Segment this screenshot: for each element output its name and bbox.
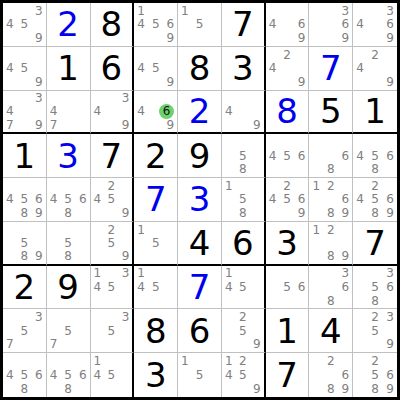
candidates: 45689 [3, 178, 46, 221]
candidate-slot [74, 338, 86, 352]
candidate-slot [150, 267, 162, 281]
candidate-slot [356, 267, 369, 281]
candidate-slot: 9 [293, 206, 305, 220]
candidate-digit: 4 [6, 105, 14, 117]
candidate-slot: 7 [6, 118, 18, 131]
candidate-slot [31, 236, 43, 249]
candidate-slot: 3 [381, 310, 394, 324]
candidate-slot: 9 [31, 249, 43, 262]
candidate-slot: 1 [181, 354, 193, 368]
candidate-slot: 5 [369, 193, 382, 207]
candidate-digit: 4 [356, 62, 364, 74]
candidate-slot [137, 249, 149, 262]
cell-r1c4[interactable]: 14569 [134, 3, 178, 47]
candidate-slot: 8 [325, 163, 337, 177]
candidate-slot [281, 75, 293, 89]
candidate-slot: 6 [74, 368, 86, 382]
candidate-digit: 4 [225, 369, 233, 381]
candidate-slot [312, 354, 324, 368]
cell-r9c6[interactable]: 12459 [222, 353, 266, 397]
candidate-digit: 4 [269, 193, 277, 205]
candidate-slot: 8 [237, 163, 249, 177]
cell-r5c2[interactable]: 4568 [47, 178, 91, 222]
candidate-slot [150, 31, 162, 45]
candidate-digit: 5 [21, 62, 29, 74]
candidate-slot [312, 382, 324, 396]
cell-r7c9[interactable]: 3568 [353, 266, 397, 310]
candidate-digit: 9 [253, 338, 261, 350]
candidate-slot: 5 [62, 193, 74, 207]
cell-r6c6[interactable]: 6 [222, 222, 266, 266]
cell-r7c4[interactable]: 145 [134, 266, 178, 310]
cell-r3c8[interactable]: 5 [309, 91, 353, 135]
candidate-slot: 4 [225, 368, 237, 382]
candidate-slot [62, 338, 74, 352]
cell-r3c1[interactable]: 3479 [3, 91, 47, 135]
candidate-digit: 4 [225, 105, 233, 117]
candidate-slot [237, 294, 249, 308]
candidate-digit: 1 [225, 267, 233, 279]
cell-r4c4[interactable]: 2 [134, 134, 178, 178]
candidate-slot [381, 324, 394, 338]
candidate-slot: 2 [281, 179, 293, 193]
candidate-digit: 4 [269, 150, 277, 162]
candidate-slot [74, 354, 86, 368]
candidates: 1345 [91, 266, 133, 309]
cell-r7c3[interactable]: 1345 [91, 266, 135, 310]
cell-r8c7[interactable]: 1 [266, 309, 310, 353]
candidate-slot: 5 [237, 324, 249, 338]
candidate-digit: 9 [342, 32, 350, 44]
candidate-slot [381, 354, 394, 368]
candidate-digit: 4 [269, 62, 277, 74]
cell-r2c9[interactable]: 249 [353, 47, 397, 91]
candidate-slot: 5 [237, 280, 249, 294]
cell-value: 6 [189, 314, 211, 348]
candidates: 12459 [222, 353, 264, 397]
candidate-slot: 9 [249, 382, 261, 396]
candidate-slot [94, 382, 106, 396]
candidate-digit: 1 [225, 355, 233, 367]
candidate-slot: 5 [18, 193, 30, 207]
candidate-digit: 5 [108, 281, 116, 293]
cell-r4c6[interactable]: 58 [222, 134, 266, 178]
candidate-slot [31, 61, 43, 75]
candidate-slot [193, 31, 205, 45]
candidate-slot [94, 179, 106, 193]
cell-r7c1[interactable]: 2 [3, 266, 47, 310]
cell-r2c1[interactable]: 459 [3, 47, 47, 91]
cell-r3c5[interactable]: 2 [178, 91, 222, 135]
candidate-slot: 5 [18, 61, 30, 75]
cell-value: 5 [320, 94, 342, 128]
candidate-slot [150, 294, 162, 308]
candidate-digit: 5 [371, 150, 379, 162]
candidate-slot [94, 92, 106, 105]
cell-r3c3[interactable]: 349 [91, 91, 135, 135]
candidate-slot [62, 354, 74, 368]
candidate-slot [312, 149, 324, 163]
candidate-slot: 9 [293, 75, 305, 89]
candidate-slot [356, 4, 369, 18]
cell-r4c2[interactable]: 3 [47, 134, 91, 178]
candidate-slot: 8 [62, 206, 74, 220]
candidate-slot [293, 163, 305, 177]
candidate-slot [312, 135, 324, 149]
cell-r5c8[interactable]: 12689 [309, 178, 353, 222]
candidate-slot: 5 [237, 149, 249, 163]
cell-r6c3[interactable]: 259 [91, 222, 135, 266]
candidate-slot [6, 31, 18, 45]
candidate-digit: 5 [108, 193, 116, 205]
cell-r6c8[interactable]: 1289 [309, 222, 353, 266]
cell-value: 7 [101, 139, 123, 173]
candidate-digit: 2 [108, 224, 116, 236]
candidate-slot: 2 [325, 354, 337, 368]
cell-r9c9[interactable]: 25689 [353, 353, 397, 397]
candidate-slot: 2 [105, 223, 117, 236]
candidate-slot [206, 18, 218, 32]
candidate-digit: 3 [35, 5, 43, 17]
candidate-slot [369, 61, 382, 75]
candidate-digit: 5 [283, 281, 291, 293]
cell-r7c7[interactable]: 56 [266, 266, 310, 310]
cell-r8c2[interactable]: 57 [47, 309, 91, 353]
candidate-digit: 9 [35, 76, 43, 88]
candidates: 368 [309, 266, 352, 309]
candidate-slot: 8 [325, 382, 337, 396]
candidate-digit: 4 [137, 105, 145, 117]
candidate-digit: 7 [50, 338, 58, 350]
candidate-slot [369, 338, 382, 352]
cell-r5c7[interactable]: 24569 [266, 178, 310, 222]
cell-r1c9[interactable]: 3469 [353, 3, 397, 47]
candidate-slot [225, 206, 237, 220]
candidate-slot: 9 [31, 206, 43, 220]
candidate-slot [381, 61, 394, 75]
candidate-slot: 9 [337, 206, 349, 220]
candidate-slot [137, 119, 148, 131]
cell-value: 7 [145, 182, 167, 216]
candidate-digit: 9 [386, 32, 394, 44]
candidate-slot [281, 4, 293, 18]
candidate-slot [206, 4, 218, 18]
candidate-slot [356, 324, 369, 338]
candidate-slot [356, 354, 369, 368]
sudoku-board: 3459281456915746936934694591645983249724… [0, 0, 400, 400]
candidate-slot: 4 [50, 193, 62, 207]
candidate-slot: 6 [31, 193, 43, 207]
candidate-slot: 1 [225, 267, 237, 281]
cell-r8c5[interactable]: 6 [178, 309, 222, 353]
candidate-slot [31, 18, 43, 32]
cell-r8c3[interactable]: 35 [91, 309, 135, 353]
cell-r6c4[interactable]: 15 [134, 222, 178, 266]
cell-r3c2[interactable]: 47 [47, 91, 91, 135]
cell-r1c8[interactable]: 369 [309, 3, 353, 47]
cell-r3c7[interactable]: 8 [266, 91, 310, 135]
candidate-slot [249, 354, 261, 368]
candidate-slot [62, 223, 74, 236]
candidate-slot: 6 [381, 280, 394, 294]
candidate-digit: 8 [371, 383, 379, 395]
candidate-digit: 4 [356, 150, 364, 162]
candidate-digit: 5 [152, 62, 160, 74]
candidate-slot: 8 [369, 163, 382, 177]
cell-r8c8[interactable]: 4 [309, 309, 353, 353]
cell-r4c1[interactable]: 1 [3, 134, 47, 178]
candidate-slot [94, 249, 106, 262]
cell-r4c8[interactable]: 68 [309, 134, 353, 178]
candidate-slot [249, 267, 261, 281]
candidate-digit: 6 [298, 281, 306, 293]
cell-r4c7[interactable]: 456 [266, 134, 310, 178]
candidate-slot [356, 294, 369, 308]
candidate-slot [381, 48, 394, 62]
candidate-slot [356, 368, 369, 382]
cell-r1c2[interactable]: 2 [47, 3, 91, 47]
candidate-slot [325, 4, 337, 18]
cell-r6c7[interactable]: 3 [266, 222, 310, 266]
cell-r2c8[interactable]: 7 [309, 47, 353, 91]
candidate-digit: 5 [196, 18, 204, 30]
candidate-slot [237, 92, 249, 105]
candidate-slot [225, 324, 237, 338]
candidate-digit: 1 [137, 267, 145, 279]
candidates: 259 [91, 222, 133, 264]
candidate-slot: 2 [325, 179, 337, 193]
cell-value: 8 [276, 94, 298, 128]
cell-r2c3[interactable]: 6 [91, 47, 135, 91]
candidate-digit: 6 [386, 193, 394, 205]
candidate-slot [137, 75, 149, 89]
candidate-slot [369, 267, 382, 281]
candidate-slot [181, 382, 193, 396]
candidate-slot: 5 [105, 236, 117, 249]
cell-r5c1[interactable]: 45689 [3, 178, 47, 222]
cell-r4c3[interactable]: 7 [91, 134, 135, 178]
candidate-digit: 9 [386, 383, 394, 395]
cell-value: 3 [276, 226, 298, 260]
cell-r2c6[interactable]: 3 [222, 47, 266, 91]
cell-r9c7[interactable]: 7 [266, 353, 310, 397]
candidate-slot [225, 149, 237, 163]
cell-r9c2[interactable]: 4568 [47, 353, 91, 397]
candidate-slot: 4 [50, 368, 62, 382]
candidate-slot [337, 354, 349, 368]
candidate-digit: 4 [225, 281, 233, 293]
cell-value: 4 [189, 226, 211, 260]
candidate-slot [50, 310, 62, 324]
candidate-slot [269, 135, 281, 149]
candidate-slot [312, 18, 324, 32]
candidate-digit: 1 [94, 267, 102, 279]
candidate-slot: 9 [381, 382, 394, 396]
candidate-slot [293, 294, 305, 308]
candidate-slot: 5 [62, 368, 74, 382]
cell-r1c7[interactable]: 469 [266, 3, 310, 47]
candidate-slot: 6 [337, 18, 349, 32]
candidate-slot [237, 118, 249, 131]
candidates: 4568 [47, 353, 90, 397]
cell-r7c6[interactable]: 145 [222, 266, 266, 310]
candidate-slot [337, 135, 349, 149]
cell-r6c1[interactable]: 589 [3, 222, 47, 266]
candidates: 4568 [3, 353, 46, 397]
cell-r8c4[interactable]: 8 [134, 309, 178, 353]
candidate-slot [94, 118, 106, 131]
candidate-slot [94, 310, 106, 324]
candidate-slot: 5 [150, 236, 162, 249]
candidate-digit: 2 [327, 180, 335, 192]
candidate-slot [381, 179, 394, 193]
cell-r8c9[interactable]: 2359 [353, 309, 397, 353]
candidate-slot [117, 236, 129, 249]
candidate-slot [148, 92, 159, 104]
candidate-slot [74, 105, 86, 118]
candidates: 1289 [309, 222, 352, 264]
candidate-digit: 4 [50, 193, 58, 205]
candidate-digit: 5 [239, 281, 247, 293]
cell-value: 8 [145, 314, 167, 348]
cell-r6c5[interactable]: 4 [178, 222, 222, 266]
candidate-slot [105, 267, 117, 281]
cell-r8c6[interactable]: 259 [222, 309, 266, 353]
cell-r9c8[interactable]: 2689 [309, 353, 353, 397]
candidate-slot [249, 368, 261, 382]
candidate-digit: 6 [35, 369, 43, 381]
cell-r9c5[interactable]: 15 [178, 353, 222, 397]
candidate-slot [50, 92, 62, 105]
candidate-digit: 9 [122, 207, 130, 219]
candidate-slot [325, 149, 337, 163]
candidates: 145 [91, 353, 133, 397]
candidates: 4568 [47, 178, 90, 221]
candidate-slot [225, 92, 237, 105]
candidates: 4568 [353, 134, 397, 177]
candidate-slot [225, 294, 237, 308]
cell-r3c9[interactable]: 1 [353, 91, 397, 135]
candidate-slot: 6 [74, 193, 86, 207]
cell-value: 2 [189, 94, 211, 128]
candidate-slot [249, 163, 261, 177]
cell-r2c5[interactable]: 8 [178, 47, 222, 91]
cell-r4c9[interactable]: 4568 [353, 134, 397, 178]
cell-r1c6[interactable]: 7 [222, 3, 266, 47]
cell-r3c6[interactable]: 49 [222, 91, 266, 135]
cell-r1c1[interactable]: 3459 [3, 3, 47, 47]
cell-r2c2[interactable]: 1 [47, 47, 91, 91]
candidate-slot [62, 92, 74, 105]
candidate-digit: 8 [239, 207, 247, 219]
candidate-slot [193, 354, 205, 368]
candidate-slot: 8 [369, 382, 382, 396]
cell-r1c5[interactable]: 15 [178, 3, 222, 47]
cell-r7c5[interactable]: 7 [178, 266, 222, 310]
candidate-slot: 5 [18, 324, 30, 338]
candidate-slot: 1 [137, 4, 149, 18]
cell-r6c2[interactable]: 58 [47, 222, 91, 266]
cell-r5c6[interactable]: 158 [222, 178, 266, 222]
candidates: 58 [222, 134, 264, 177]
cell-r9c4[interactable]: 3 [134, 353, 178, 397]
candidate-slot [105, 118, 117, 131]
candidate-digit: 4 [269, 18, 277, 30]
cell-r5c4[interactable]: 7 [134, 178, 178, 222]
candidate-slot: 2 [237, 354, 249, 368]
candidate-slot [6, 223, 18, 236]
candidate-digit: 6 [386, 369, 394, 381]
cell-value: 2 [14, 270, 36, 304]
cell-r7c2[interactable]: 9 [47, 266, 91, 310]
cell-r2c4[interactable]: 459 [134, 47, 178, 91]
candidate-slot [369, 18, 382, 32]
cell-r7c8[interactable]: 368 [309, 266, 353, 310]
candidate-slot: 1 [225, 354, 237, 368]
cell-r4c5[interactable]: 9 [178, 134, 222, 178]
cell-r5c3[interactable]: 2459 [91, 178, 135, 222]
candidate-slot: 4 [137, 104, 148, 119]
candidate-slot [74, 92, 86, 105]
candidate-slot [269, 206, 281, 220]
candidate-slot [206, 382, 218, 396]
candidate-slot: 4 [137, 61, 149, 75]
candidates: 469 [134, 91, 177, 133]
candidate-slot [31, 223, 43, 236]
candidate-slot [150, 75, 162, 89]
candidate-digit: 9 [253, 119, 261, 131]
candidate-digit: 5 [371, 193, 379, 205]
candidate-slot: 4 [225, 105, 237, 118]
candidate-slot [18, 118, 30, 131]
candidate-slot: 5 [105, 368, 117, 382]
candidate-digit: 9 [35, 207, 43, 219]
candidate-slot: 9 [293, 31, 305, 45]
candidate-slot: 5 [237, 368, 249, 382]
cell-r1c3[interactable]: 8 [91, 3, 135, 47]
cell-r3c4[interactable]: 469 [134, 91, 178, 135]
cell-r2c7[interactable]: 249 [266, 47, 310, 91]
candidate-slot [137, 92, 148, 104]
candidate-digit: 9 [166, 76, 174, 88]
cell-r5c9[interactable]: 245689 [353, 178, 397, 222]
candidate-slot: 9 [31, 118, 43, 131]
cell-r9c1[interactable]: 4568 [3, 353, 47, 397]
candidate-slot: 3 [117, 267, 129, 281]
candidate-slot: 6 [381, 18, 394, 32]
candidate-slot: 9 [381, 338, 394, 352]
candidate-slot: 5 [105, 280, 117, 294]
candidate-slot [249, 105, 261, 118]
cell-r5c5[interactable]: 3 [178, 178, 222, 222]
candidate-slot [225, 118, 237, 131]
candidate-slot [50, 206, 62, 220]
cell-r8c1[interactable]: 357 [3, 309, 47, 353]
cell-r9c3[interactable]: 145 [91, 353, 135, 397]
candidate-slot: 5 [281, 149, 293, 163]
candidate-slot [148, 104, 159, 119]
candidate-slot [237, 338, 249, 352]
cell-r6c9[interactable]: 7 [353, 222, 397, 266]
candidate-digit: 6 [298, 150, 306, 162]
candidate-slot [18, 310, 30, 324]
candidate-digit: 4 [137, 62, 145, 74]
candidate-slot [62, 105, 74, 118]
candidates: 249 [353, 47, 397, 90]
candidate-slot [105, 105, 117, 118]
candidate-slot [117, 354, 129, 368]
candidate-slot [249, 149, 261, 163]
